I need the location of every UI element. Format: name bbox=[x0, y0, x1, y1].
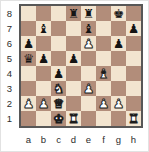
file-label-d: d bbox=[66, 131, 81, 147]
square-a7[interactable] bbox=[21, 21, 36, 36]
square-c1[interactable]: ♚ bbox=[51, 111, 66, 126]
square-d3[interactable] bbox=[66, 81, 81, 96]
square-f6[interactable] bbox=[96, 36, 111, 51]
file-label-c: c bbox=[51, 131, 66, 147]
square-c7[interactable] bbox=[51, 21, 66, 36]
square-d4[interactable] bbox=[66, 66, 81, 81]
white-pawn-b2: ♟ bbox=[38, 96, 49, 111]
square-c8[interactable] bbox=[51, 6, 66, 21]
square-f5[interactable] bbox=[96, 51, 111, 66]
black-pawn-b5: ♟ bbox=[38, 51, 49, 66]
white-pawn-f2: ♟ bbox=[98, 96, 109, 111]
square-e2[interactable] bbox=[81, 96, 96, 111]
square-e8[interactable]: ♜ bbox=[81, 6, 96, 21]
square-h7[interactable]: ♟ bbox=[126, 21, 141, 36]
square-b6[interactable] bbox=[36, 36, 51, 51]
file-label-f: f bbox=[96, 131, 111, 147]
square-h2[interactable] bbox=[126, 96, 141, 111]
file-label-g: g bbox=[111, 131, 126, 147]
square-g2[interactable]: ♟ bbox=[111, 96, 126, 111]
square-c3[interactable]: ♞ bbox=[51, 81, 66, 96]
white-pawn-a2: ♟ bbox=[23, 96, 34, 111]
rank-labels: 87654321 bbox=[3, 6, 16, 126]
black-rook-e8: ♜ bbox=[83, 6, 94, 21]
rank-label-4: 4 bbox=[3, 66, 16, 81]
square-h3[interactable] bbox=[126, 81, 141, 96]
rank-label-1: 1 bbox=[3, 111, 16, 126]
square-e7[interactable]: ♝ bbox=[81, 21, 96, 36]
square-d6[interactable] bbox=[66, 36, 81, 51]
rank-label-6: 6 bbox=[3, 36, 16, 51]
rank-label-2: 2 bbox=[3, 96, 16, 111]
square-b1[interactable] bbox=[36, 111, 51, 126]
white-bishop-f4: ♝ bbox=[98, 66, 109, 81]
file-label-b: b bbox=[36, 131, 51, 147]
square-d2[interactable] bbox=[66, 96, 81, 111]
square-e1[interactable] bbox=[81, 111, 96, 126]
square-h8[interactable] bbox=[126, 6, 141, 21]
square-d1[interactable]: ♜ bbox=[66, 111, 81, 126]
black-pawn-a6: ♟ bbox=[23, 36, 34, 51]
square-f1[interactable] bbox=[96, 111, 111, 126]
chess-board: ♜♜♚♝♝♟♟♟♟♛♟♟♟♝♞♟♟♟♛♟♟♚♜♜ bbox=[19, 4, 143, 128]
white-queen-c2: ♛ bbox=[53, 96, 64, 111]
black-bishop-b7: ♝ bbox=[38, 21, 49, 36]
black-pawn-h7: ♟ bbox=[128, 21, 139, 36]
square-h6[interactable] bbox=[126, 36, 141, 51]
black-king-g8: ♚ bbox=[113, 6, 124, 21]
square-g8[interactable]: ♚ bbox=[111, 6, 126, 21]
square-e3[interactable]: ♟ bbox=[81, 81, 96, 96]
square-a3[interactable] bbox=[21, 81, 36, 96]
square-c5[interactable] bbox=[51, 51, 66, 66]
black-pawn-c4: ♟ bbox=[53, 66, 64, 81]
white-rook-d1: ♜ bbox=[68, 111, 79, 126]
file-label-e: e bbox=[81, 131, 96, 147]
white-rook-h1: ♜ bbox=[128, 111, 139, 126]
square-f3[interactable] bbox=[96, 81, 111, 96]
square-c4[interactable]: ♟ bbox=[51, 66, 66, 81]
white-pawn-e3: ♟ bbox=[83, 81, 94, 96]
rank-label-7: 7 bbox=[3, 21, 16, 36]
square-g4[interactable] bbox=[111, 66, 126, 81]
rank-label-3: 3 bbox=[3, 81, 16, 96]
square-h4[interactable] bbox=[126, 66, 141, 81]
square-a5[interactable]: ♛ bbox=[21, 51, 36, 66]
square-f8[interactable] bbox=[96, 6, 111, 21]
square-a2[interactable]: ♟ bbox=[21, 96, 36, 111]
square-e6[interactable]: ♟ bbox=[81, 36, 96, 51]
square-a6[interactable]: ♟ bbox=[21, 36, 36, 51]
square-f4[interactable]: ♝ bbox=[96, 66, 111, 81]
file-label-a: a bbox=[21, 131, 36, 147]
white-king-c1: ♚ bbox=[53, 111, 64, 126]
square-d5[interactable]: ♟ bbox=[66, 51, 81, 66]
square-g3[interactable] bbox=[111, 81, 126, 96]
white-pawn-g2: ♟ bbox=[113, 96, 124, 111]
rank-label-5: 5 bbox=[3, 51, 16, 66]
square-d7[interactable] bbox=[66, 21, 81, 36]
rank-label-8: 8 bbox=[3, 6, 16, 21]
square-e4[interactable] bbox=[81, 66, 96, 81]
white-knight-c3: ♞ bbox=[53, 81, 64, 96]
square-d8[interactable]: ♜ bbox=[66, 6, 81, 21]
file-labels: abcdefgh bbox=[21, 131, 141, 147]
square-h5[interactable] bbox=[126, 51, 141, 66]
black-rook-d8: ♜ bbox=[68, 6, 79, 21]
file-label-h: h bbox=[126, 131, 141, 147]
black-queen-a5: ♛ bbox=[23, 51, 34, 66]
square-b8[interactable] bbox=[36, 6, 51, 21]
square-g1[interactable] bbox=[111, 111, 126, 126]
square-b2[interactable]: ♟ bbox=[36, 96, 51, 111]
black-pawn-g6: ♟ bbox=[113, 36, 124, 51]
square-g5[interactable] bbox=[111, 51, 126, 66]
square-b4[interactable] bbox=[36, 66, 51, 81]
square-c6[interactable] bbox=[51, 36, 66, 51]
square-f7[interactable] bbox=[96, 21, 111, 36]
square-e5[interactable] bbox=[81, 51, 96, 66]
square-h1[interactable]: ♜ bbox=[126, 111, 141, 126]
white-pawn-e6: ♟ bbox=[83, 36, 94, 51]
square-b7[interactable]: ♝ bbox=[36, 21, 51, 36]
square-g7[interactable] bbox=[111, 21, 126, 36]
square-g6[interactable]: ♟ bbox=[111, 36, 126, 51]
square-c2[interactable]: ♛ bbox=[51, 96, 66, 111]
black-bishop-e7: ♝ bbox=[83, 21, 94, 36]
square-a1[interactable] bbox=[21, 111, 36, 126]
square-a4[interactable] bbox=[21, 66, 36, 81]
square-b3[interactable] bbox=[36, 81, 51, 96]
square-a8[interactable] bbox=[21, 6, 36, 21]
square-b5[interactable]: ♟ bbox=[36, 51, 51, 66]
square-f2[interactable]: ♟ bbox=[96, 96, 111, 111]
black-pawn-d5: ♟ bbox=[68, 51, 79, 66]
